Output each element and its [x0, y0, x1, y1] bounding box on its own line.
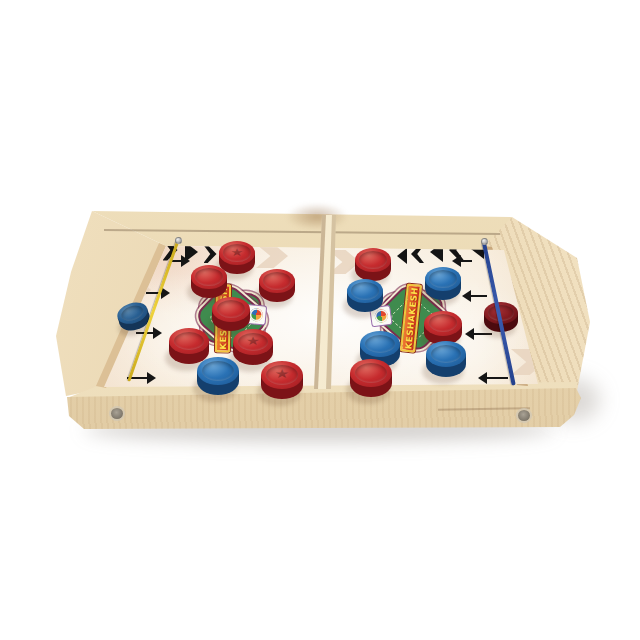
elastic-pin — [481, 238, 488, 245]
elastic-pin — [175, 237, 182, 244]
puck-red[interactable]: ★ — [233, 329, 273, 365]
puck-red[interactable]: ★ — [261, 361, 303, 399]
puck-red[interactable] — [191, 265, 227, 298]
board-scene: KESHAKESH KESHAKESH ★★★ — [0, 0, 640, 640]
field-chevron-decal — [256, 244, 288, 268]
puck-red[interactable] — [259, 269, 295, 302]
puck-red[interactable] — [212, 297, 250, 331]
puck-red[interactable] — [424, 311, 462, 345]
puck-blue[interactable] — [347, 279, 383, 312]
puck-blue[interactable] — [426, 341, 466, 377]
front-hole — [518, 410, 530, 421]
arrow-decal — [478, 371, 508, 385]
black-chevron-decal — [204, 245, 217, 263]
logo-circle-icon — [249, 308, 263, 322]
front-hole — [111, 408, 123, 419]
puck-red[interactable] — [350, 359, 392, 397]
puck-blue[interactable] — [425, 267, 461, 300]
puck-red[interactable] — [355, 248, 391, 281]
puck-blue[interactable] — [197, 357, 239, 395]
arrow-decal — [452, 254, 472, 268]
black-chevron-decal — [397, 248, 407, 264]
wood-stain — [286, 203, 348, 230]
arrow-decal — [462, 289, 487, 303]
